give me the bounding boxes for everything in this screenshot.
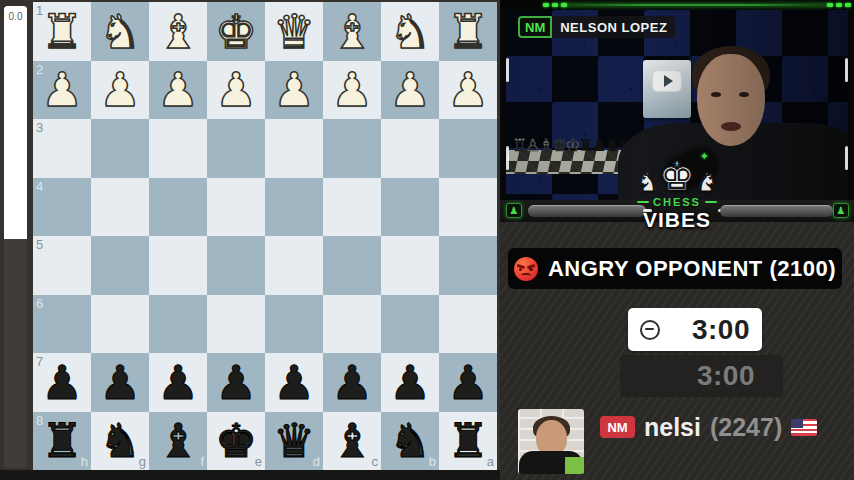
square-g1[interactable]: ♞ [91, 2, 149, 61]
square-e4[interactable] [207, 178, 265, 237]
piece-white-pawn: ♟ [323, 61, 381, 120]
square-g7[interactable]: ♟ [91, 353, 149, 412]
streamer-name-badge: NM NELSON LOPEZ [518, 16, 675, 38]
green-bell-icon: ♟ [833, 203, 849, 218]
square-f5[interactable] [149, 236, 207, 295]
square-f2[interactable]: ♟ [149, 61, 207, 120]
square-g8[interactable]: g♞ [91, 412, 149, 471]
logo-king-icon: ♚ [659, 156, 695, 196]
piece-white-queen: ♛ [265, 2, 323, 61]
square-h7[interactable]: 7♟ [33, 353, 91, 412]
stream-panel: ♖♙♗♕♔♜♟♞♛ NM NELSON L [500, 0, 854, 480]
square-g5[interactable] [91, 236, 149, 295]
piece-white-pawn: ♟ [439, 61, 497, 120]
square-h3[interactable]: 3 [33, 119, 91, 178]
piece-white-pawn: ♟ [207, 61, 265, 120]
square-e5[interactable] [207, 236, 265, 295]
frame-mark-right-lower [845, 146, 848, 170]
frame-mark-left-lower [506, 146, 509, 170]
square-f1[interactable]: ♝ [149, 2, 207, 61]
chess-vibes-logo: ♞ ♚ ♞ ✦ CHESS VIBES [617, 152, 737, 232]
player-title-badge: NM [600, 416, 635, 438]
square-g2[interactable]: ♟ [91, 61, 149, 120]
square-c3[interactable] [323, 119, 381, 178]
square-f3[interactable] [149, 119, 207, 178]
square-a1[interactable]: ♜ [439, 2, 497, 61]
piece-black-rook: ♜ [439, 412, 497, 471]
streamer-name: NELSON LOPEZ [552, 16, 675, 38]
square-a8[interactable]: a♜ [439, 412, 497, 471]
square-b4[interactable] [381, 178, 439, 237]
board-panel: 0.0 1♜♞♝♚♛♝♞♜2♟♟♟♟♟♟♟♟34567♟♟♟♟♟♟♟♟8h♜g♞… [0, 0, 500, 480]
player-avatar[interactable] [518, 409, 584, 474]
piece-black-bishop: ♝ [323, 412, 381, 471]
evaluation-bar: 0.0 [4, 6, 27, 468]
square-g3[interactable] [91, 119, 149, 178]
evaluation-score: 0.0 [4, 11, 27, 22]
frame-mark-left-upper [506, 58, 509, 82]
audio-meter-segments-left [543, 3, 567, 7]
square-b6[interactable] [381, 295, 439, 354]
square-b1[interactable]: ♞ [381, 2, 439, 61]
square-e8[interactable]: e♚ [207, 412, 265, 471]
logo-text-vibes: VIBES [617, 208, 737, 232]
square-e2[interactable]: ♟ [207, 61, 265, 120]
rank-label-6: 6 [36, 296, 43, 311]
square-a2[interactable]: ♟ [439, 61, 497, 120]
square-b2[interactable]: ♟ [381, 61, 439, 120]
us-flag-icon [791, 419, 817, 436]
opponent-label: ANGRY OPPONENT (2100) [548, 256, 836, 282]
piece-black-pawn: ♟ [323, 353, 381, 412]
square-c4[interactable] [323, 178, 381, 237]
piece-black-pawn: ♟ [265, 353, 323, 412]
square-f4[interactable] [149, 178, 207, 237]
square-d1[interactable]: ♛ [265, 2, 323, 61]
chess-board[interactable]: 1♜♞♝♚♛♝♞♜2♟♟♟♟♟♟♟♟34567♟♟♟♟♟♟♟♟8h♜g♞f♝e♚… [33, 2, 497, 470]
piece-black-queen: ♛ [265, 412, 323, 471]
online-presence-badge [565, 457, 584, 474]
square-h5[interactable]: 5 [33, 236, 91, 295]
square-c6[interactable] [323, 295, 381, 354]
frame-mark-right-upper [845, 58, 848, 82]
piece-black-pawn: ♟ [91, 353, 149, 412]
green-pawn-icon: ♟ [506, 203, 522, 218]
piece-white-pawn: ♟ [33, 61, 91, 120]
audio-meter-segments-right [827, 3, 851, 7]
piece-white-rook: ♜ [33, 2, 91, 61]
piece-black-king: ♚ [207, 412, 265, 471]
piece-white-pawn: ♟ [149, 61, 207, 120]
piece-black-knight: ♞ [381, 412, 439, 471]
piece-black-bishop: ♝ [149, 412, 207, 471]
opponent-banner: ANGRY OPPONENT (2100) [508, 248, 842, 289]
piece-white-rook: ♜ [439, 2, 497, 61]
square-f8[interactable]: f♝ [149, 412, 207, 471]
piece-white-knight: ♞ [381, 2, 439, 61]
piece-black-rook: ♜ [33, 412, 91, 471]
player-info-row: NM nelsi (2247) [600, 413, 817, 441]
logo-knight-left-icon: ♞ [637, 169, 659, 197]
piece-white-bishop: ♝ [149, 2, 207, 61]
square-c7[interactable]: ♟ [323, 353, 381, 412]
square-h2[interactable]: 2♟ [33, 61, 91, 120]
stream-overlay: 0.0 1♜♞♝♚♛♝♞♜2♟♟♟♟♟♟♟♟34567♟♟♟♟♟♟♟♟8h♜g♞… [0, 0, 854, 480]
player-name[interactable]: nelsi [644, 413, 701, 442]
piece-black-pawn: ♟ [381, 353, 439, 412]
angry-face-emoji [514, 257, 538, 281]
square-d8[interactable]: d♛ [265, 412, 323, 471]
piece-white-bishop: ♝ [323, 2, 381, 61]
square-g6[interactable] [91, 295, 149, 354]
rank-label-3: 3 [36, 120, 43, 135]
webcam-frame: ♖♙♗♕♔♜♟♞♛ NM NELSON L [500, 0, 854, 222]
square-e3[interactable] [207, 119, 265, 178]
square-d5[interactable] [265, 236, 323, 295]
square-h6[interactable]: 6 [33, 295, 91, 354]
square-h1[interactable]: 1♜ [33, 2, 91, 61]
square-b8[interactable]: b♞ [381, 412, 439, 471]
white-clock-time: 3:00 [692, 314, 750, 346]
piece-white-knight: ♞ [91, 2, 149, 61]
piece-black-pawn: ♟ [33, 353, 91, 412]
audio-meter-bar [500, 0, 854, 10]
player-rating: (2247) [710, 413, 782, 442]
logo-knight-right-icon: ♞ [695, 169, 717, 197]
square-a5[interactable] [439, 236, 497, 295]
square-h4[interactable]: 4 [33, 178, 91, 237]
minus-circle-icon [640, 320, 660, 340]
rank-label-5: 5 [36, 237, 43, 252]
square-b7[interactable]: ♟ [381, 353, 439, 412]
square-b5[interactable] [381, 236, 439, 295]
square-a3[interactable] [439, 119, 497, 178]
square-c1[interactable]: ♝ [323, 2, 381, 61]
piece-white-pawn: ♟ [91, 61, 149, 120]
clock-white-active: 3:00 [628, 308, 762, 351]
square-h8[interactable]: 8h♜ [33, 412, 91, 471]
square-a4[interactable] [439, 178, 497, 237]
square-e1[interactable]: ♚ [207, 2, 265, 61]
square-c2[interactable]: ♟ [323, 61, 381, 120]
rank-label-4: 4 [36, 179, 43, 194]
piece-black-pawn: ♟ [439, 353, 497, 412]
square-d4[interactable] [265, 178, 323, 237]
piece-white-pawn: ♟ [265, 61, 323, 120]
square-d2[interactable]: ♟ [265, 61, 323, 120]
square-a7[interactable]: ♟ [439, 353, 497, 412]
square-c8[interactable]: c♝ [323, 412, 381, 471]
evaluation-bar-white-half [4, 6, 27, 239]
streamer-title-badge: NM [518, 16, 552, 38]
square-f7[interactable]: ♟ [149, 353, 207, 412]
square-d7[interactable]: ♟ [265, 353, 323, 412]
square-d6[interactable] [265, 295, 323, 354]
piece-black-knight: ♞ [91, 412, 149, 471]
square-b3[interactable] [381, 119, 439, 178]
square-c5[interactable] [323, 236, 381, 295]
board-bottom-band [0, 470, 500, 480]
logo-spark-icon: ✦ [700, 150, 709, 163]
square-a6[interactable] [439, 295, 497, 354]
square-d3[interactable] [265, 119, 323, 178]
square-e6[interactable] [207, 295, 265, 354]
black-clock-time: 3:00 [697, 360, 755, 392]
square-e7[interactable]: ♟ [207, 353, 265, 412]
square-g4[interactable] [91, 178, 149, 237]
audio-meter-line [560, 4, 828, 6]
piece-black-pawn: ♟ [207, 353, 265, 412]
square-f6[interactable] [149, 295, 207, 354]
clock-black-inactive: 3:00 [620, 355, 783, 397]
piece-white-pawn: ♟ [381, 61, 439, 120]
piece-white-king: ♚ [207, 2, 265, 61]
piece-black-pawn: ♟ [149, 353, 207, 412]
